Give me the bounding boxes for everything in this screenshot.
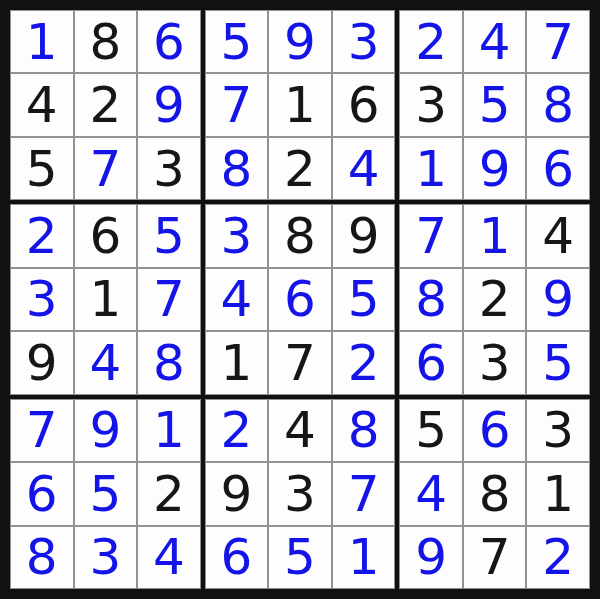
cell-r5c4[interactable]: 4: [205, 268, 269, 331]
cell-r6c8[interactable]: 3: [463, 331, 527, 394]
cell-r4c7[interactable]: 7: [399, 204, 463, 267]
cell-r1c6[interactable]: 3: [332, 10, 396, 73]
cell-r3c6[interactable]: 4: [332, 137, 396, 200]
cell-r3c9[interactable]: 6: [526, 137, 590, 200]
cell-r2c6[interactable]: 6: [332, 73, 396, 136]
sudoku-board: 1864295735937168242473581962653179483894…: [0, 0, 600, 599]
cell-r4c6[interactable]: 9: [332, 204, 396, 267]
cell-r6c3[interactable]: 8: [137, 331, 201, 394]
cell-r8c7[interactable]: 4: [399, 462, 463, 525]
box-r2c1: 265317948: [8, 202, 203, 396]
cell-r9c8[interactable]: 7: [463, 526, 527, 589]
cell-r5c9[interactable]: 9: [526, 268, 590, 331]
cell-r1c5[interactable]: 9: [268, 10, 332, 73]
cell-r5c6[interactable]: 5: [332, 268, 396, 331]
cell-r3c1[interactable]: 5: [10, 137, 74, 200]
cell-r6c7[interactable]: 6: [399, 331, 463, 394]
cell-r4c5[interactable]: 8: [268, 204, 332, 267]
cell-r5c3[interactable]: 7: [137, 268, 201, 331]
cell-r9c9[interactable]: 2: [526, 526, 590, 589]
cell-r9c4[interactable]: 6: [205, 526, 269, 589]
cell-r7c2[interactable]: 9: [74, 399, 138, 462]
cell-r8c1[interactable]: 6: [10, 462, 74, 525]
cell-r8c8[interactable]: 8: [463, 462, 527, 525]
box-r3c3: 563481972: [397, 397, 592, 591]
cell-r1c1[interactable]: 1: [10, 10, 74, 73]
cell-r7c7[interactable]: 5: [399, 399, 463, 462]
cell-r7c8[interactable]: 6: [463, 399, 527, 462]
cell-r5c5[interactable]: 6: [268, 268, 332, 331]
cell-r1c3[interactable]: 6: [137, 10, 201, 73]
cell-r2c4[interactable]: 7: [205, 73, 269, 136]
cell-r6c5[interactable]: 7: [268, 331, 332, 394]
box-r1c2: 593716824: [203, 8, 398, 202]
cell-r2c3[interactable]: 9: [137, 73, 201, 136]
cell-r9c3[interactable]: 4: [137, 526, 201, 589]
box-r1c1: 186429573: [8, 8, 203, 202]
cell-r3c8[interactable]: 9: [463, 137, 527, 200]
box-r3c1: 791652834: [8, 397, 203, 591]
cell-r7c6[interactable]: 8: [332, 399, 396, 462]
cell-r4c2[interactable]: 6: [74, 204, 138, 267]
cell-r4c3[interactable]: 5: [137, 204, 201, 267]
cell-r6c1[interactable]: 9: [10, 331, 74, 394]
box-r2c3: 714829635: [397, 202, 592, 396]
cell-r7c9[interactable]: 3: [526, 399, 590, 462]
cell-r9c5[interactable]: 5: [268, 526, 332, 589]
cell-r2c5[interactable]: 1: [268, 73, 332, 136]
cell-r5c1[interactable]: 3: [10, 268, 74, 331]
box-r3c2: 248937651: [203, 397, 398, 591]
cell-r4c8[interactable]: 1: [463, 204, 527, 267]
cell-r6c9[interactable]: 5: [526, 331, 590, 394]
cell-r1c4[interactable]: 5: [205, 10, 269, 73]
cell-r3c5[interactable]: 2: [268, 137, 332, 200]
cell-r1c9[interactable]: 7: [526, 10, 590, 73]
cell-r3c7[interactable]: 1: [399, 137, 463, 200]
cell-r9c2[interactable]: 3: [74, 526, 138, 589]
cell-r2c8[interactable]: 5: [463, 73, 527, 136]
cell-r6c4[interactable]: 1: [205, 331, 269, 394]
cell-r2c7[interactable]: 3: [399, 73, 463, 136]
cell-r6c6[interactable]: 2: [332, 331, 396, 394]
cell-r8c3[interactable]: 2: [137, 462, 201, 525]
cell-r2c9[interactable]: 8: [526, 73, 590, 136]
cell-r8c6[interactable]: 7: [332, 462, 396, 525]
cell-r4c9[interactable]: 4: [526, 204, 590, 267]
cell-r7c4[interactable]: 2: [205, 399, 269, 462]
cell-r9c7[interactable]: 9: [399, 526, 463, 589]
cell-r5c2[interactable]: 1: [74, 268, 138, 331]
cell-r3c3[interactable]: 3: [137, 137, 201, 200]
box-r2c2: 389465172: [203, 202, 398, 396]
cell-r2c2[interactable]: 2: [74, 73, 138, 136]
cell-r7c5[interactable]: 4: [268, 399, 332, 462]
cell-r8c4[interactable]: 9: [205, 462, 269, 525]
cell-r6c2[interactable]: 4: [74, 331, 138, 394]
cell-r8c9[interactable]: 1: [526, 462, 590, 525]
box-r1c3: 247358196: [397, 8, 592, 202]
cell-r9c1[interactable]: 8: [10, 526, 74, 589]
cell-r7c3[interactable]: 1: [137, 399, 201, 462]
cell-r8c2[interactable]: 5: [74, 462, 138, 525]
cell-r1c2[interactable]: 8: [74, 10, 138, 73]
cell-r1c8[interactable]: 4: [463, 10, 527, 73]
cell-r4c4[interactable]: 3: [205, 204, 269, 267]
cell-r3c2[interactable]: 7: [74, 137, 138, 200]
cell-r2c1[interactable]: 4: [10, 73, 74, 136]
cell-r4c1[interactable]: 2: [10, 204, 74, 267]
cell-r7c1[interactable]: 7: [10, 399, 74, 462]
cell-r1c7[interactable]: 2: [399, 10, 463, 73]
cell-r5c7[interactable]: 8: [399, 268, 463, 331]
cell-r5c8[interactable]: 2: [463, 268, 527, 331]
cell-r9c6[interactable]: 1: [332, 526, 396, 589]
cell-r8c5[interactable]: 3: [268, 462, 332, 525]
cell-r3c4[interactable]: 8: [205, 137, 269, 200]
